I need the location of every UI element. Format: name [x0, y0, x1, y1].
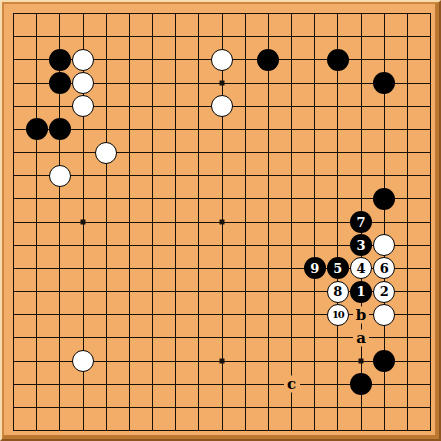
hoshi-point: [81, 220, 86, 225]
stone-black-move-5: 5: [327, 257, 349, 279]
stone-black: [257, 49, 279, 71]
move-number: 2: [380, 285, 389, 298]
stone-black: [373, 188, 395, 210]
stone-black: [26, 118, 48, 140]
stone-white-move-4: 4: [350, 257, 372, 279]
stone-white-move-2: 2: [373, 281, 395, 303]
grid-line-vertical: [291, 13, 292, 431]
label-b: b: [353, 306, 369, 323]
hoshi-point: [220, 220, 225, 225]
stone-black: [49, 72, 71, 94]
stone-white-move-8: 8: [327, 281, 349, 303]
move-number: 3: [357, 239, 366, 252]
stone-white: [72, 72, 94, 94]
stone-white: [72, 95, 94, 117]
move-number: 4: [357, 262, 366, 275]
stone-black: [327, 49, 349, 71]
move-number: 5: [333, 262, 342, 275]
stone-black-move-3: 3: [350, 234, 372, 256]
stone-black-move-7: 7: [350, 211, 372, 233]
go-board: 12345678910 abc: [0, 0, 441, 441]
stone-white-move-6: 6: [373, 257, 395, 279]
stone-white: [49, 165, 71, 187]
move-number: 6: [380, 262, 389, 275]
stone-white: [72, 49, 94, 71]
move-number: 7: [357, 216, 366, 229]
stone-black: [350, 373, 372, 395]
stone-black: [49, 49, 71, 71]
move-number: 1: [357, 285, 366, 298]
grid-line-vertical: [407, 13, 408, 431]
stone-black: [373, 350, 395, 372]
grid-line-horizontal: [13, 407, 431, 408]
stone-black: [373, 72, 395, 94]
hoshi-point: [220, 81, 225, 86]
grid-line-horizontal: [13, 430, 431, 431]
stone-white: [95, 142, 117, 164]
label-c: c: [284, 376, 300, 393]
hoshi-point: [359, 359, 364, 364]
stone-black-move-9: 9: [304, 257, 326, 279]
move-number: 8: [333, 285, 342, 298]
stone-white: [211, 95, 233, 117]
stone-white: [72, 350, 94, 372]
hoshi-point: [220, 359, 225, 364]
stone-white: [373, 304, 395, 326]
grid-line-vertical: [337, 13, 338, 431]
stone-black-move-1: 1: [350, 281, 372, 303]
grid-line-vertical: [245, 13, 246, 431]
grid-line-vertical: [430, 13, 431, 431]
stone-white: [211, 49, 233, 71]
grid-line-vertical: [314, 13, 315, 431]
stone-black: [49, 118, 71, 140]
stone-white-move-10: 10: [327, 304, 349, 326]
move-number: 10: [332, 310, 344, 320]
grid-line-vertical: [268, 13, 269, 431]
stone-white: [373, 234, 395, 256]
move-number: 9: [310, 262, 319, 275]
label-a: a: [353, 329, 369, 346]
